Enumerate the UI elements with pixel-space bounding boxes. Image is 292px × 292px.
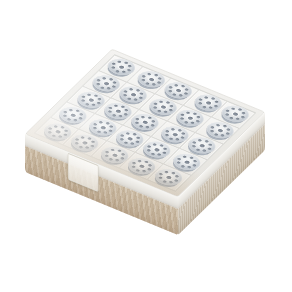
- bobbin-hole: [63, 133, 68, 136]
- bobbin-hole: [96, 79, 101, 82]
- bobbin-hole: [78, 145, 83, 148]
- bobbin-hole: [147, 73, 152, 76]
- bobbin-hole: [119, 138, 124, 141]
- bobbin-hole: [209, 130, 214, 133]
- bobbin-hole: [139, 92, 144, 95]
- bobbin-hole: [168, 90, 173, 93]
- bobbin-hole: [147, 168, 152, 171]
- bobbin-hole: [158, 77, 163, 80]
- bobbin-hole: [132, 133, 137, 136]
- bobbin-hole: [226, 128, 231, 131]
- bobbin-hole: [102, 77, 107, 80]
- bobbin-center-hole: [187, 116, 194, 120]
- bobbin-hole: [108, 78, 113, 81]
- bobbin-center-hole: [205, 101, 212, 105]
- bobbin-hole: [128, 65, 133, 68]
- bobbin-center-hole: [118, 65, 125, 69]
- bobbin-hole: [202, 105, 207, 108]
- bobbin-hole: [95, 83, 100, 86]
- bobbin-hole: [75, 109, 80, 112]
- bobbin-hole: [80, 136, 85, 139]
- bobbin-hole: [220, 134, 225, 137]
- bobbin-hole: [142, 170, 147, 173]
- bobbin-hole: [192, 164, 197, 167]
- bobbin-hole: [84, 103, 89, 106]
- bobbin-hole: [158, 177, 163, 180]
- bobbin-hole: [63, 110, 68, 113]
- bobbin-hole: [151, 120, 156, 123]
- bobbin-hole: [210, 97, 215, 100]
- bobbin-hole: [164, 134, 169, 137]
- bobbin-hole: [93, 123, 98, 126]
- bobbin-hole: [96, 102, 101, 105]
- bobbin-hole: [210, 126, 215, 129]
- bobbin-hole: [192, 112, 197, 115]
- bobbin-hole: [225, 132, 230, 135]
- bobbin-hole: [184, 88, 189, 91]
- bobbin-hole: [100, 86, 105, 89]
- bobbin-hole: [180, 113, 185, 116]
- bobbin-center-hole: [142, 120, 149, 124]
- bobbin-center-hole: [127, 136, 134, 140]
- bobbin-center-hole: [55, 130, 62, 134]
- bobbin-hole: [124, 109, 129, 112]
- bobbin-hole: [178, 94, 183, 97]
- bobbin-hole: [115, 70, 120, 73]
- bobbin-center-hole: [130, 92, 137, 96]
- bobbin-hole: [127, 69, 132, 72]
- bobbin-hole: [197, 139, 202, 142]
- bobbin-hole: [81, 95, 86, 98]
- bobbin-hole: [180, 85, 185, 88]
- bobbin-hole: [235, 118, 240, 121]
- bobbin-hole: [96, 130, 101, 133]
- bobbin-center-hole: [199, 143, 206, 147]
- bobbin-hole: [51, 134, 56, 137]
- bobbin-hole: [163, 111, 168, 114]
- bobbin-hole: [241, 112, 246, 115]
- bobbin-hole: [148, 164, 153, 167]
- bobbin-hole: [91, 104, 96, 107]
- bobbin-hole: [177, 157, 182, 160]
- bobbin-hole: [110, 148, 115, 151]
- bobbin-hole: [108, 158, 113, 161]
- bobbin-hole: [105, 150, 110, 153]
- bobbin-hole: [241, 115, 246, 118]
- bobbin-hole: [121, 153, 126, 156]
- bobbin-hole: [135, 89, 140, 92]
- bobbin-hole: [135, 169, 140, 172]
- bobbin-hole: [113, 104, 118, 107]
- bobbin-hole: [159, 144, 164, 147]
- bobbin-center-hole: [138, 164, 145, 168]
- bobbin-hole: [152, 106, 157, 109]
- bobbin-hole: [87, 137, 92, 140]
- bobbin-hole: [135, 117, 140, 120]
- bobbin-hole: [164, 170, 169, 173]
- bobbin-hole: [92, 127, 97, 130]
- bobbin-hole: [133, 98, 138, 101]
- bobbin-hole: [93, 94, 98, 97]
- bobbin-hole: [181, 132, 186, 135]
- bobbin-hole: [112, 81, 117, 84]
- bobbin-hole: [214, 100, 219, 103]
- bobbin-center-hole: [100, 125, 107, 129]
- bobbin-hole: [147, 116, 152, 119]
- bobbin-hole: [103, 131, 108, 134]
- bobbin-hole: [185, 111, 190, 114]
- bobbin-hole: [141, 79, 146, 82]
- bobbin-hole: [78, 117, 83, 120]
- bobbin-hole: [171, 171, 176, 174]
- bobbin-hole: [62, 114, 67, 117]
- bobbin-hole: [179, 117, 184, 120]
- bobbin-hole: [74, 142, 79, 145]
- bobbin-hole: [79, 113, 84, 116]
- bobbin-hole: [145, 126, 150, 129]
- bobbin-hole: [120, 134, 125, 137]
- bobbin-hole: [180, 136, 185, 139]
- bobbin-hole: [86, 93, 91, 96]
- bobbin-hole: [162, 151, 167, 154]
- bobbin-center-hole: [81, 141, 88, 145]
- bobbin-hole: [140, 115, 145, 118]
- bobbin-hole: [157, 153, 162, 156]
- bobbin-hole: [105, 122, 110, 125]
- bobbin-center-hole: [217, 128, 224, 132]
- bobbin-center-hole: [115, 109, 122, 113]
- bobbin-hole: [123, 141, 128, 144]
- bobbin-hole: [207, 147, 212, 150]
- bobbin-hole: [237, 108, 242, 111]
- bobbin-hole: [139, 96, 144, 99]
- bobbin-hole: [182, 155, 187, 158]
- bobbin-hole: [137, 159, 142, 162]
- bobbin-hole: [111, 62, 116, 65]
- bobbin-hole: [85, 146, 90, 149]
- bobbin-case-photo: [0, 0, 292, 292]
- bobbin-hole: [48, 127, 53, 130]
- bobbin-center-hole: [154, 148, 161, 152]
- bobbin-center-hole: [160, 105, 167, 109]
- bobbin-hole: [115, 159, 120, 162]
- bobbin-hole: [135, 140, 140, 143]
- bobbin-hole: [117, 149, 122, 152]
- bobbin-center-hole: [148, 77, 155, 81]
- bobbin-center-hole: [70, 113, 77, 117]
- bobbin-hole: [172, 93, 177, 96]
- bobbin-hole: [153, 74, 158, 77]
- bobbin-hole: [165, 101, 170, 104]
- bobbin-hole: [132, 161, 137, 164]
- bobbin-hole: [204, 96, 209, 99]
- bobbin-hole: [60, 126, 65, 129]
- bobbin-hole: [170, 128, 175, 131]
- bobbin-hole: [168, 137, 173, 140]
- bobbin-hole: [202, 149, 207, 152]
- bobbin-hole: [174, 179, 179, 182]
- bobbin-hole: [229, 117, 234, 120]
- bobbin-center-hole: [175, 88, 182, 92]
- bobbin-hole: [108, 106, 113, 109]
- bobbin-hole: [106, 87, 111, 90]
- bobbin-hole: [231, 107, 236, 110]
- bobbin-hole: [90, 144, 95, 147]
- bobbin-center-hole: [165, 175, 172, 179]
- bobbin-hole: [112, 85, 117, 88]
- bobbin-hole: [159, 100, 164, 103]
- bobbin-hole: [168, 86, 173, 89]
- bobbin-hole: [111, 114, 116, 117]
- bobbin-hole: [195, 120, 200, 123]
- bobbin-hole: [157, 81, 162, 84]
- bobbin-hole: [169, 105, 174, 108]
- bobbin-hole: [198, 98, 203, 101]
- bobbin-hole: [222, 125, 227, 128]
- bobbin-hole: [192, 141, 197, 144]
- bobbin-hole: [144, 160, 149, 163]
- bobbin-hole: [157, 110, 162, 113]
- bobbin-hole: [169, 109, 174, 112]
- bobbin-hole: [120, 105, 125, 108]
- bobbin-hole: [225, 109, 230, 112]
- bobbin-hole: [53, 125, 58, 128]
- bobbin-hole: [193, 160, 198, 163]
- bobbin-hole: [146, 149, 151, 152]
- bobbin-hole: [196, 116, 201, 119]
- bobbin-center-hole: [88, 98, 95, 102]
- bobbin-hole: [150, 124, 155, 127]
- bobbin-hole: [150, 152, 155, 155]
- bobbin-hole: [180, 165, 185, 168]
- bobbin-hole: [75, 138, 80, 141]
- bobbin-hole: [163, 147, 168, 150]
- bobbin-hole: [138, 125, 143, 128]
- bobbin-hole: [108, 129, 113, 132]
- bobbin-hole: [187, 166, 192, 169]
- bobbin-hole: [125, 132, 130, 135]
- bobbin-hole: [130, 142, 135, 145]
- bobbin-hole: [145, 82, 150, 85]
- bobbin-hole: [109, 125, 114, 128]
- bobbin-hole: [136, 136, 141, 139]
- bobbin-hole: [98, 121, 103, 124]
- bobbin-hole: [224, 113, 229, 116]
- bobbin-hole: [214, 104, 219, 107]
- bobbin-hole: [134, 121, 139, 124]
- bobbin-hole: [198, 102, 203, 105]
- bobbin-hole: [177, 129, 182, 132]
- bobbin-hole: [122, 94, 127, 97]
- bobbin-hole: [129, 88, 134, 91]
- bobbin-hole: [80, 99, 85, 102]
- bobbin-hole: [165, 130, 170, 133]
- bobbin-hole: [104, 154, 109, 157]
- bobbin-hole: [68, 108, 73, 111]
- bobbin-hole: [97, 98, 102, 101]
- bobbin-hole: [169, 181, 174, 184]
- bobbin-hole: [152, 143, 157, 146]
- bobbin-hole: [159, 173, 164, 176]
- bobbin-hole: [174, 84, 179, 87]
- bobbin-hole: [208, 143, 213, 146]
- bobbin-center-hole: [103, 81, 110, 85]
- bobbin-hole: [73, 119, 78, 122]
- bobbin-hole: [215, 124, 220, 127]
- bobbin-hole: [175, 175, 180, 178]
- bobbin-center-hole: [172, 132, 179, 136]
- bobbin-hole: [191, 145, 196, 148]
- bobbin-hole: [176, 161, 181, 164]
- bobbin-hole: [66, 118, 71, 121]
- bobbin-hole: [47, 131, 52, 134]
- bobbin-hole: [58, 135, 63, 138]
- bobbin-hole: [131, 165, 136, 168]
- bobbin-hole: [123, 113, 128, 116]
- bobbin-hole: [117, 60, 122, 63]
- bobbin-hole: [91, 140, 96, 143]
- bobbin-center-hole: [184, 160, 191, 164]
- bobbin-hole: [118, 115, 123, 118]
- bobbin-hole: [195, 148, 200, 151]
- bobbin-hole: [127, 97, 132, 100]
- bobbin-hole: [190, 122, 195, 125]
- bobbin-hole: [175, 138, 180, 141]
- bobbin-hole: [183, 121, 188, 124]
- bobbin-hole: [151, 83, 156, 86]
- bobbin-hole: [204, 140, 209, 143]
- bobbin-hole: [141, 75, 146, 78]
- bobbin-hole: [184, 92, 189, 95]
- bobbin-hole: [120, 157, 125, 160]
- bobbin-hole: [189, 156, 194, 159]
- bobbin-hole: [107, 110, 112, 113]
- bobbin-hole: [147, 145, 152, 148]
- bobbin-hole: [213, 133, 218, 136]
- bobbin-hole: [123, 61, 128, 64]
- bobbin-center-hole: [232, 112, 239, 116]
- bobbin-hole: [153, 102, 158, 105]
- bobbin-hole: [208, 106, 213, 109]
- bobbin-center-hole: [111, 153, 118, 157]
- bobbin-hole: [121, 71, 126, 74]
- bobbin-hole: [162, 180, 167, 183]
- bobbin-hole: [64, 129, 69, 132]
- bobbin-hole: [111, 66, 116, 69]
- bobbin-hole: [123, 90, 128, 93]
